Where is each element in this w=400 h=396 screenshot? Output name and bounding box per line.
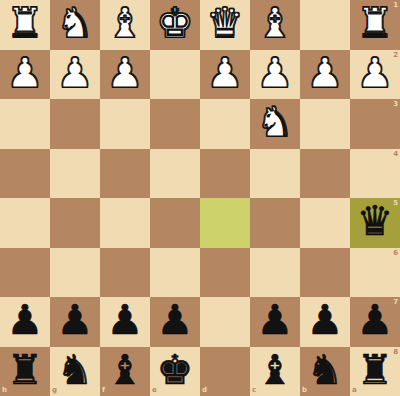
square-f4[interactable]	[100, 149, 150, 199]
square-g1[interactable]: ♞	[50, 0, 100, 50]
rank-label-8: 8	[393, 349, 398, 356]
square-d7[interactable]	[200, 297, 250, 347]
square-c2[interactable]: ♟	[250, 50, 300, 100]
square-b7[interactable]: ♟	[300, 297, 350, 347]
piece-black-knight[interactable]: ♞	[57, 347, 94, 396]
square-h2[interactable]: ♟	[0, 50, 50, 100]
square-a5[interactable]: ♛5	[350, 198, 400, 248]
square-b4[interactable]	[300, 149, 350, 199]
piece-black-knight[interactable]: ♞	[307, 347, 344, 396]
square-e6[interactable]	[150, 248, 200, 298]
square-c1[interactable]: ♝	[250, 0, 300, 50]
chess-board-container: ♜♞♝♚♛♝♜1♟♟♟♟♟♟♟2♞34♛56♟♟♟♟♟♟♟7♜h♞g♝f♚ed♝…	[0, 0, 400, 396]
rank-label-5: 5	[393, 200, 398, 207]
rank-label-4: 4	[393, 151, 398, 158]
square-c3[interactable]: ♞	[250, 99, 300, 149]
piece-white-pawn[interactable]: ♟	[307, 50, 344, 99]
square-b1[interactable]	[300, 0, 350, 50]
square-f1[interactable]: ♝	[100, 0, 150, 50]
square-e8[interactable]: ♚e	[150, 347, 200, 396]
square-a8[interactable]: ♜8a	[350, 347, 400, 396]
square-e5[interactable]	[150, 198, 200, 248]
square-d2[interactable]: ♟	[200, 50, 250, 100]
square-b3[interactable]	[300, 99, 350, 149]
piece-black-pawn[interactable]: ♟	[357, 297, 394, 346]
piece-white-rook[interactable]: ♜	[357, 0, 394, 49]
file-label-d: d	[202, 387, 207, 394]
rank-label-6: 6	[393, 250, 398, 257]
rank-label-2: 2	[393, 52, 398, 59]
rank-label-7: 7	[393, 299, 398, 306]
square-b5[interactable]	[300, 198, 350, 248]
square-g3[interactable]	[50, 99, 100, 149]
square-a7[interactable]: ♟7	[350, 297, 400, 347]
square-c8[interactable]: ♝c	[250, 347, 300, 396]
square-f2[interactable]: ♟	[100, 50, 150, 100]
piece-white-pawn[interactable]: ♟	[257, 50, 294, 99]
rank-label-3: 3	[393, 101, 398, 108]
square-e7[interactable]: ♟	[150, 297, 200, 347]
piece-black-pawn[interactable]: ♟	[307, 297, 344, 346]
square-d4[interactable]	[200, 149, 250, 199]
piece-black-queen[interactable]: ♛	[357, 198, 394, 247]
square-h6[interactable]	[0, 248, 50, 298]
square-g7[interactable]: ♟	[50, 297, 100, 347]
piece-black-rook[interactable]: ♜	[7, 347, 44, 396]
square-f6[interactable]	[100, 248, 150, 298]
square-e1[interactable]: ♚	[150, 0, 200, 50]
square-c6[interactable]	[250, 248, 300, 298]
piece-white-king[interactable]: ♚	[157, 0, 194, 49]
file-label-c: c	[252, 387, 256, 394]
piece-black-pawn[interactable]: ♟	[7, 297, 44, 346]
piece-white-pawn[interactable]: ♟	[357, 50, 394, 99]
square-h4[interactable]	[0, 149, 50, 199]
piece-white-pawn[interactable]: ♟	[207, 50, 244, 99]
piece-black-pawn[interactable]: ♟	[57, 297, 94, 346]
square-b6[interactable]	[300, 248, 350, 298]
piece-white-pawn[interactable]: ♟	[7, 50, 44, 99]
square-d8[interactable]: d	[200, 347, 250, 396]
square-b2[interactable]: ♟	[300, 50, 350, 100]
square-a6[interactable]: 6	[350, 248, 400, 298]
square-f7[interactable]: ♟	[100, 297, 150, 347]
square-d6[interactable]	[200, 248, 250, 298]
square-f3[interactable]	[100, 99, 150, 149]
piece-white-knight[interactable]: ♞	[257, 99, 294, 148]
square-c4[interactable]	[250, 149, 300, 199]
square-h1[interactable]: ♜	[0, 0, 50, 50]
piece-white-rook[interactable]: ♜	[7, 0, 44, 49]
piece-white-bishop[interactable]: ♝	[107, 0, 144, 49]
square-d1[interactable]: ♛	[200, 0, 250, 50]
piece-black-rook[interactable]: ♜	[357, 347, 394, 396]
square-g5[interactable]	[50, 198, 100, 248]
square-c5[interactable]	[250, 198, 300, 248]
piece-black-pawn[interactable]: ♟	[157, 297, 194, 346]
square-e3[interactable]	[150, 99, 200, 149]
piece-black-pawn[interactable]: ♟	[257, 297, 294, 346]
piece-black-bishop[interactable]: ♝	[257, 347, 294, 396]
rank-label-1: 1	[393, 2, 398, 9]
square-a2[interactable]: ♟2	[350, 50, 400, 100]
square-a1[interactable]: ♜1	[350, 0, 400, 50]
square-g2[interactable]: ♟	[50, 50, 100, 100]
file-label-f: f	[102, 387, 105, 394]
piece-black-bishop[interactable]: ♝	[107, 347, 144, 396]
square-c7[interactable]: ♟	[250, 297, 300, 347]
piece-white-knight[interactable]: ♞	[57, 0, 94, 49]
chess-board[interactable]: ♜♞♝♚♛♝♜1♟♟♟♟♟♟♟2♞34♛56♟♟♟♟♟♟♟7♜h♞g♝f♚ed♝…	[0, 0, 400, 396]
square-f8[interactable]: ♝f	[100, 347, 150, 396]
piece-black-pawn[interactable]: ♟	[107, 297, 144, 346]
piece-white-pawn[interactable]: ♟	[57, 50, 94, 99]
square-h8[interactable]: ♜h	[0, 347, 50, 396]
piece-white-bishop[interactable]: ♝	[257, 0, 294, 49]
square-h5[interactable]	[0, 198, 50, 248]
square-a4[interactable]: 4	[350, 149, 400, 199]
square-e2[interactable]	[150, 50, 200, 100]
square-g8[interactable]: ♞g	[50, 347, 100, 396]
square-b8[interactable]: ♞b	[300, 347, 350, 396]
square-h3[interactable]	[0, 99, 50, 149]
square-a3[interactable]: 3	[350, 99, 400, 149]
piece-black-king[interactable]: ♚	[157, 347, 194, 396]
square-d3[interactable]	[200, 99, 250, 149]
square-e4[interactable]	[150, 149, 200, 199]
square-g6[interactable]	[50, 248, 100, 298]
piece-white-pawn[interactable]: ♟	[107, 50, 144, 99]
square-h7[interactable]: ♟	[0, 297, 50, 347]
square-g4[interactable]	[50, 149, 100, 199]
square-d5[interactable]	[200, 198, 250, 248]
square-f5[interactable]	[100, 198, 150, 248]
piece-white-queen[interactable]: ♛	[207, 0, 244, 49]
